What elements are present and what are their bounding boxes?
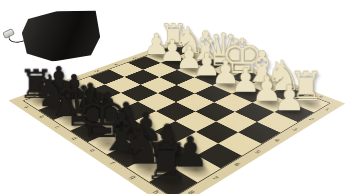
- chess-board: ♜♞♝♛♚♝♞♜♟♟♟♟♟♟♟♟♟♟♟♟♟♟♟♟♜♞♝♛♚♝♞♜ abcdefg…: [9, 40, 346, 194]
- square-h8[interactable]: ♜: [149, 168, 198, 194]
- scene: ♜♞♝♛♚♝♞♜♟♟♟♟♟♟♟♟♟♟♟♟♟♟♟♟♜♞♝♛♚♝♞♜ abcdefg…: [0, 0, 350, 194]
- chess-set-photo: ♜♞♝♛♚♝♞♜♟♟♟♟♟♟♟♟♟♟♟♟♟♟♟♟♜♞♝♛♚♝♞♜ abcdefg…: [0, 0, 350, 194]
- black-rook[interactable]: ♜: [127, 136, 204, 186]
- white-pawn[interactable]: ♟: [258, 80, 321, 116]
- square-h2[interactable]: ♟: [274, 103, 314, 122]
- board-grid: ♜♞♝♛♚♝♞♜♟♟♟♟♟♟♟♟♟♟♟♟♟♟♟♟♜♞♝♛♚♝♞♜: [24, 44, 329, 194]
